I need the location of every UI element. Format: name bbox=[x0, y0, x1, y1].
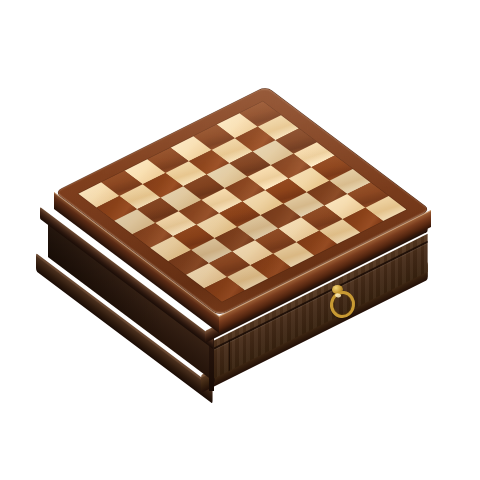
chessboard-case-photo bbox=[0, 0, 480, 480]
drawer-ring-pull bbox=[326, 283, 356, 317]
brass-ring-icon bbox=[328, 290, 356, 320]
drawer-seam-side bbox=[229, 340, 230, 372]
